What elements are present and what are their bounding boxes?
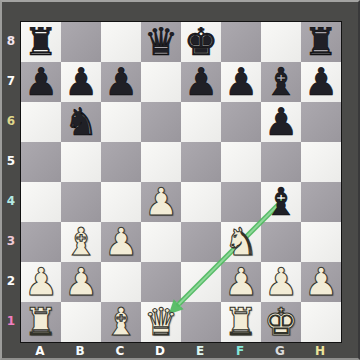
black-pawn[interactable]: ♟ [61,62,101,102]
white-rook[interactable]: ♜ [221,302,261,342]
square-b7[interactable]: ♟ [61,62,101,102]
black-pawn[interactable]: ♟ [221,62,261,102]
square-g1[interactable]: ♚ [261,302,301,342]
square-c6[interactable] [101,102,141,142]
square-h5[interactable] [301,142,341,182]
square-a8[interactable]: ♜ [21,22,61,62]
black-queen[interactable]: ♛ [141,22,181,62]
black-rook[interactable]: ♜ [21,22,61,62]
square-b5[interactable] [61,142,101,182]
black-pawn[interactable]: ♟ [261,102,301,142]
square-h4[interactable] [301,182,341,222]
file-label-h: H [300,344,340,358]
square-b8[interactable] [61,22,101,62]
white-knight[interactable]: ♞ [221,222,261,262]
square-a3[interactable] [21,222,61,262]
square-g8[interactable] [261,22,301,62]
file-label-e: E [180,344,220,358]
white-bishop[interactable]: ♝ [61,222,101,262]
white-pawn[interactable]: ♟ [221,262,261,302]
square-e5[interactable] [181,142,221,182]
square-h3[interactable] [301,222,341,262]
black-king[interactable]: ♚ [181,22,221,62]
square-c8[interactable] [101,22,141,62]
square-g4[interactable]: ♝ [261,182,301,222]
black-knight[interactable]: ♞ [61,102,101,142]
square-d4[interactable]: ♟ [141,182,181,222]
square-f1[interactable]: ♜ [221,302,261,342]
black-pawn[interactable]: ♟ [181,62,221,102]
square-b2[interactable]: ♟ [61,262,101,302]
square-h7[interactable]: ♟ [301,62,341,102]
square-f6[interactable] [221,102,261,142]
file-label-f: F [220,344,260,358]
square-h8[interactable]: ♜ [301,22,341,62]
black-pawn[interactable]: ♟ [301,62,341,102]
black-pawn[interactable]: ♟ [21,62,61,102]
file-labels: ABCDEFGH [20,344,342,358]
white-pawn[interactable]: ♟ [301,262,341,302]
white-bishop[interactable]: ♝ [101,302,141,342]
square-d5[interactable] [141,142,181,182]
square-c1[interactable]: ♝ [101,302,141,342]
file-label-c: C [100,344,140,358]
square-g7[interactable]: ♝ [261,62,301,102]
white-king[interactable]: ♚ [261,302,301,342]
square-e4[interactable] [181,182,221,222]
square-b3[interactable]: ♝ [61,222,101,262]
file-label-g: G [260,344,300,358]
square-e8[interactable]: ♚ [181,22,221,62]
white-pawn[interactable]: ♟ [261,262,301,302]
square-e6[interactable] [181,102,221,142]
square-f3[interactable]: ♞ [221,222,261,262]
rank-label-4: 4 [2,181,20,221]
black-rook[interactable]: ♜ [301,22,341,62]
square-b4[interactable] [61,182,101,222]
square-a4[interactable] [21,182,61,222]
square-e3[interactable] [181,222,221,262]
square-g3[interactable] [261,222,301,262]
square-e7[interactable]: ♟ [181,62,221,102]
file-label-a: A [20,344,60,358]
white-rook[interactable]: ♜ [21,302,61,342]
square-g5[interactable] [261,142,301,182]
square-f2[interactable]: ♟ [221,262,261,302]
file-label-d: D [140,344,180,358]
white-pawn[interactable]: ♟ [101,222,141,262]
rank-label-2: 2 [2,261,20,301]
square-a1[interactable]: ♜ [21,302,61,342]
square-d2[interactable] [141,262,181,302]
square-a2[interactable]: ♟ [21,262,61,302]
square-c2[interactable] [101,262,141,302]
rank-label-5: 5 [2,141,20,181]
white-queen[interactable]: ♛ [141,302,181,342]
square-d6[interactable] [141,102,181,142]
rank-labels: 87654321 [2,21,20,343]
square-c4[interactable] [101,182,141,222]
square-c5[interactable] [101,142,141,182]
square-d1[interactable]: ♛ [141,302,181,342]
square-a7[interactable]: ♟ [21,62,61,102]
black-bishop[interactable]: ♝ [261,62,301,102]
square-e2[interactable] [181,262,221,302]
square-d7[interactable] [141,62,181,102]
square-c3[interactable]: ♟ [101,222,141,262]
chess-board[interactable]: ♜♛♚♜♟♟♟♟♟♝♟♞♟♟♝♝♟♞♟♟♟♟♟♜♝♛♜♚ [20,21,342,343]
white-pawn[interactable]: ♟ [141,182,181,222]
square-a5[interactable] [21,142,61,182]
square-h1[interactable] [301,302,341,342]
square-f7[interactable]: ♟ [221,62,261,102]
rank-label-1: 1 [2,301,20,341]
black-pawn[interactable]: ♟ [101,62,141,102]
rank-label-8: 8 [2,21,20,61]
square-f5[interactable] [221,142,261,182]
square-h6[interactable] [301,102,341,142]
square-e1[interactable] [181,302,221,342]
rank-label-7: 7 [2,61,20,101]
square-b6[interactable]: ♞ [61,102,101,142]
chess-app-window: 87654321 ♜♛♚♜♟♟♟♟♟♝♟♞♟♟♝♝♟♞♟♟♟♟♟♜♝♛♜♚ AB… [0,0,360,360]
square-g2[interactable]: ♟ [261,262,301,302]
black-bishop[interactable]: ♝ [261,182,301,222]
rank-label-6: 6 [2,101,20,141]
square-f4[interactable] [221,182,261,222]
square-d8[interactable]: ♛ [141,22,181,62]
square-d3[interactable] [141,222,181,262]
file-label-b: B [60,344,100,358]
white-pawn[interactable]: ♟ [61,262,101,302]
square-f8[interactable] [221,22,261,62]
rank-label-3: 3 [2,221,20,261]
square-h2[interactable]: ♟ [301,262,341,302]
white-pawn[interactable]: ♟ [21,262,61,302]
square-b1[interactable] [61,302,101,342]
square-a6[interactable] [21,102,61,142]
square-c7[interactable]: ♟ [101,62,141,102]
square-g6[interactable]: ♟ [261,102,301,142]
